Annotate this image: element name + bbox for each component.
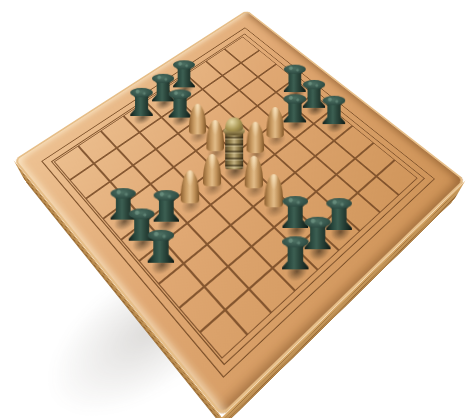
attacker-piece[interactable] [169,89,192,117]
pieces-layer [14,10,466,417]
attacker-top-icon [152,74,174,83]
attacker-piece[interactable] [173,61,195,88]
attacker-top-icon [148,229,174,240]
attacker-top-icon [304,217,330,228]
attacker-top-icon [154,190,179,201]
attacker-piece[interactable] [284,94,307,122]
defender-piece[interactable] [207,120,225,151]
attacker-top-icon [282,236,309,247]
attacker-piece[interactable] [154,190,179,222]
game-box [14,10,466,417]
attacker-top-icon [173,61,195,70]
attacker-top-icon [284,94,307,103]
photo-scene [0,0,474,418]
defender-piece[interactable] [265,174,284,207]
attacker-top-icon [111,188,136,199]
king-piece[interactable] [223,118,245,170]
attacker-top-icon [169,89,192,98]
king-dome-icon [225,118,243,132]
attacker-top-icon [326,198,352,209]
perspective-wrapper [0,0,474,418]
attacker-piece[interactable] [131,88,154,116]
attacker-top-icon [131,88,154,97]
attacker-top-icon [284,65,306,74]
board-top [14,10,466,417]
defender-piece[interactable] [189,104,206,135]
attacker-top-icon [283,196,309,207]
attacker-piece[interactable] [148,229,174,262]
king-body [225,132,243,170]
attacker-piece[interactable] [322,96,345,125]
attacker-piece[interactable] [282,236,309,269]
attacker-top-icon [129,208,155,219]
attacker-top-icon [322,96,345,106]
defender-piece[interactable] [246,122,264,153]
